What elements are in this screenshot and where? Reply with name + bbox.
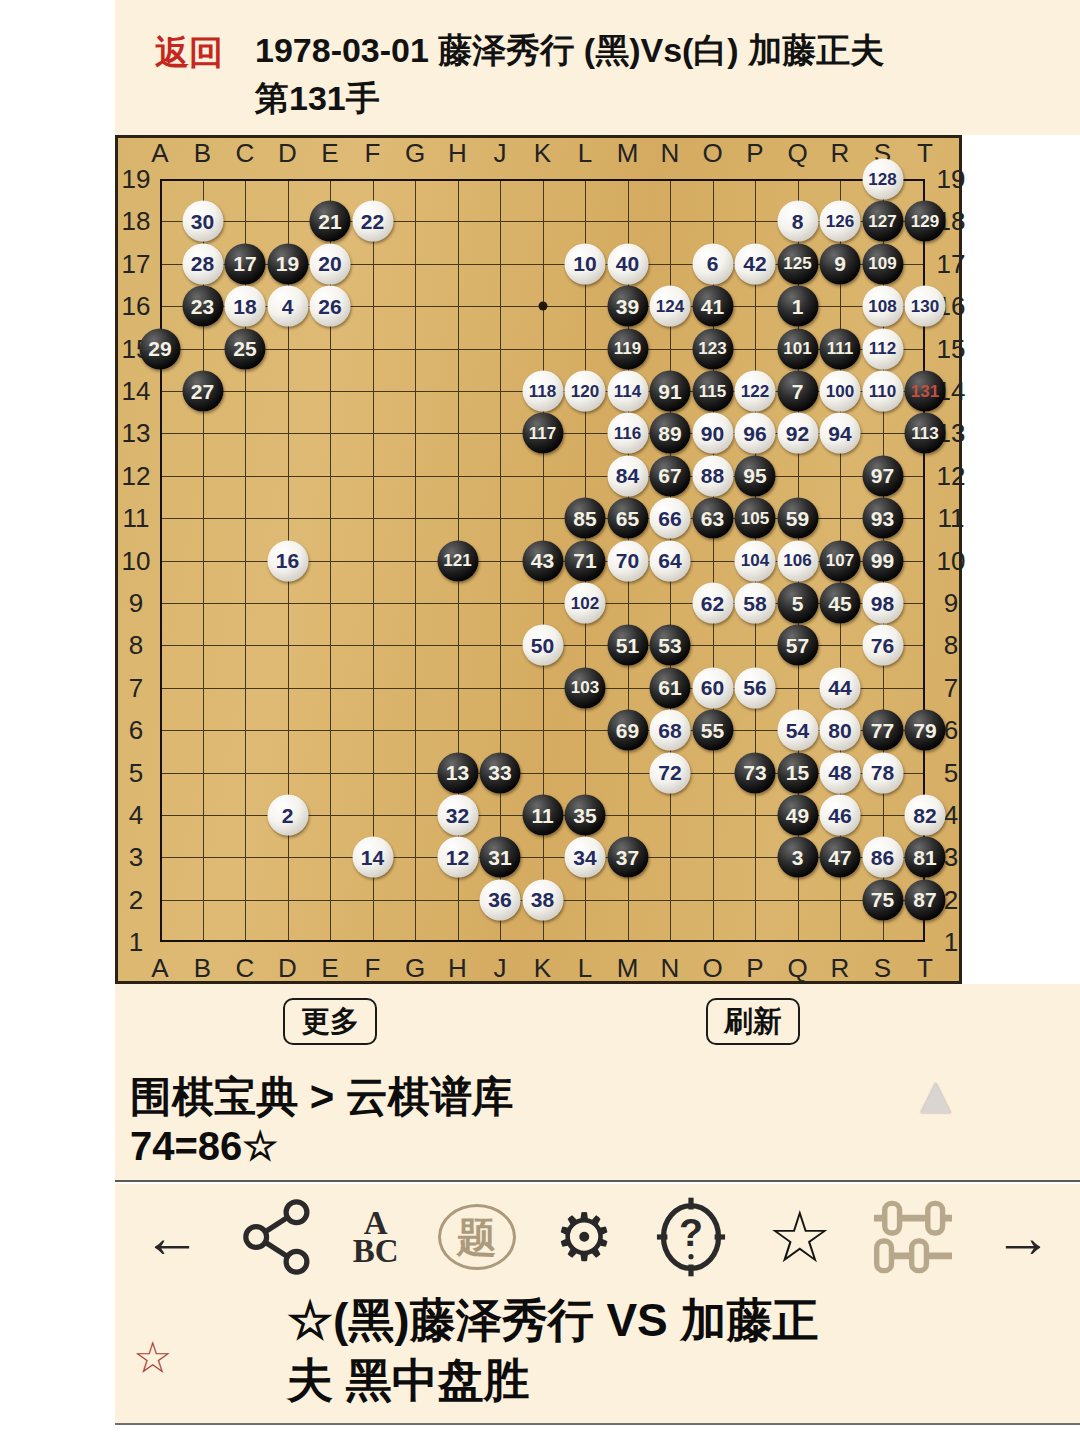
column-label-bottom: F [365,953,381,984]
stone-black-59: 59 [777,498,818,539]
stone-black-99: 99 [862,540,903,581]
row-label-left: 12 [122,460,151,491]
stone-white-60: 60 [692,667,733,708]
stone-white-20: 20 [310,243,351,284]
row-label-right: 3 [944,842,958,873]
row-label-right: 7 [944,672,958,703]
stone-black-35: 35 [565,795,606,836]
row-label-left: 6 [129,715,143,746]
stone-black-9: 9 [820,243,861,284]
stone-white-98: 98 [862,583,903,624]
stone-white-124: 124 [650,286,691,327]
stone-black-113: 113 [905,413,946,454]
back-button[interactable]: 返回 [155,30,223,76]
column-label-top: J [494,138,507,169]
stone-black-15: 15 [777,752,818,793]
row-label-left: 14 [122,376,151,407]
stone-black-107: 107 [820,540,861,581]
row-label-right: 1 [944,927,958,958]
column-label-bottom: N [661,953,680,984]
stone-white-100: 100 [820,371,861,412]
stone-white-68: 68 [650,710,691,751]
stone-white-96: 96 [735,413,776,454]
row-label-left: 7 [129,672,143,703]
stone-black-11: 11 [522,795,563,836]
row-label-left: 8 [129,630,143,661]
column-label-top: L [578,138,592,169]
info-panel: 围棋宝典 > 云棋谱库 74=86☆ ▲ [115,1063,1080,1182]
stone-white-44: 44 [820,667,861,708]
problem-ti-icon[interactable]: 题 [438,1204,516,1270]
stone-white-58: 58 [735,583,776,624]
stone-white-70: 70 [607,540,648,581]
stone-black-1: 1 [777,286,818,327]
stone-black-5: 5 [777,583,818,624]
settings-gear-icon[interactable]: ⚙ [555,1204,614,1270]
stone-white-38: 38 [522,879,563,920]
stone-black-91: 91 [650,371,691,412]
column-label-bottom: G [405,953,425,984]
stone-white-110: 110 [862,371,903,412]
column-label-bottom: D [278,953,297,984]
column-label-top: B [194,138,211,169]
column-label-top: O [702,138,722,169]
stone-black-89: 89 [650,413,691,454]
column-label-bottom: H [448,953,467,984]
stone-white-4: 4 [267,286,308,327]
favorite-star-red-icon[interactable]: ☆ [133,1332,172,1383]
column-label-bottom: E [321,953,338,984]
column-label-bottom: O [702,953,722,984]
stone-white-54: 54 [777,710,818,751]
stone-black-87: 87 [905,879,946,920]
stone-white-2: 2 [267,795,308,836]
stone-black-55: 55 [692,710,733,751]
stone-black-131: 131 [905,371,946,412]
stone-white-10: 10 [565,243,606,284]
stone-black-95: 95 [735,455,776,496]
row-label-left: 13 [122,418,151,449]
row-label-left: 18 [122,206,151,237]
stone-black-103: 103 [565,667,606,708]
move-number-title: 第131手 [255,76,380,122]
game-title: 1978-03-01 藤泽秀行 (黑)Vs(白) 加藤正夫 [255,28,884,74]
column-label-top: P [746,138,763,169]
stone-black-71: 71 [565,540,606,581]
column-label-top: Q [787,138,807,169]
column-label-bottom: S [874,953,891,984]
stone-white-116: 116 [607,413,648,454]
stone-black-119: 119 [607,328,648,369]
toolbar: ← ABC 题 ⚙ ? ☆ [115,1184,1080,1290]
stone-white-42: 42 [735,243,776,284]
column-label-top: D [278,138,297,169]
stone-white-84: 84 [607,455,648,496]
stone-black-13: 13 [437,752,478,793]
stone-white-40: 40 [607,243,648,284]
row-label-right: 19 [937,164,966,195]
row-label-right: 9 [944,588,958,619]
stone-white-94: 94 [820,413,861,454]
column-label-top: T [917,138,933,169]
stone-black-123: 123 [692,328,733,369]
result-line1: ☆(黑)藤泽秀行 VS 加藤正 [287,1294,819,1346]
stone-black-53: 53 [650,625,691,666]
stone-black-7: 7 [777,371,818,412]
column-label-top: M [617,138,639,169]
column-label-bottom: R [831,953,850,984]
row-label-left: 1 [129,927,143,958]
column-label-bottom: P [746,953,763,984]
column-label-top: F [365,138,381,169]
column-label-top: R [831,138,850,169]
stone-white-48: 48 [820,752,861,793]
stone-black-125: 125 [777,243,818,284]
row-label-left: 2 [129,884,143,915]
stone-black-117: 117 [522,413,563,454]
stone-white-32: 32 [437,795,478,836]
next-move-icon[interactable]: → [994,1208,1052,1266]
header-bar: 返回 1978-03-01 藤泽秀行 (黑)Vs(白) 加藤正夫 第131手 [115,0,1080,135]
stone-white-12: 12 [437,837,478,878]
result-panel[interactable]: ☆ ☆(黑)藤泽秀行 VS 加藤正 夫 黑中盘胜 [115,1290,1080,1425]
row-label-left: 10 [122,545,151,576]
stone-white-28: 28 [182,243,223,284]
stone-white-64: 64 [650,540,691,581]
row-label-right: 8 [944,630,958,661]
row-label-left: 3 [129,842,143,873]
stone-black-45: 45 [820,583,861,624]
stone-black-65: 65 [607,498,648,539]
stone-black-51: 51 [607,625,648,666]
stone-white-56: 56 [735,667,776,708]
row-label-left: 16 [122,291,151,322]
stone-white-82: 82 [905,795,946,836]
stone-white-78: 78 [862,752,903,793]
stone-black-129: 129 [905,201,946,242]
stone-black-31: 31 [480,837,521,878]
row-label-left: 9 [129,588,143,619]
share-icon[interactable] [240,1198,314,1276]
stone-black-109: 109 [862,243,903,284]
stone-black-27: 27 [182,371,223,412]
stone-white-114: 114 [607,371,648,412]
stone-white-46: 46 [820,795,861,836]
stone-white-88: 88 [692,455,733,496]
stone-white-104: 104 [735,540,776,581]
stone-black-57: 57 [777,625,818,666]
stone-black-115: 115 [692,371,733,412]
help-target-icon[interactable]: ? [653,1196,729,1278]
breadcrumb: 围棋宝典 > 云棋谱库 [130,1069,514,1125]
stone-white-80: 80 [820,710,861,751]
stone-white-16: 16 [267,540,308,581]
stone-black-17: 17 [225,243,266,284]
column-label-bottom: T [917,953,933,984]
game-result-text: ☆(黑)藤泽秀行 VS 加藤正 夫 黑中盘胜 [287,1290,1057,1410]
stone-black-85: 85 [565,498,606,539]
collapse-panel-icon[interactable]: ▲ [910,1065,961,1125]
column-label-top: A [151,138,168,169]
stone-white-26: 26 [310,286,351,327]
refresh-button[interactable]: 刷新 [706,998,800,1045]
stone-white-76: 76 [862,625,903,666]
more-button[interactable]: 更多 [283,998,377,1045]
stone-black-111: 111 [820,328,861,369]
go-board[interactable]: AABBCCDDEEFFGGHHJJKKLLMMNNOOPPQQRRSSTT11… [115,135,962,984]
result-line2: 夫 黑中盘胜 [287,1354,530,1406]
stone-white-120: 120 [565,371,606,412]
column-label-bottom: Q [787,953,807,984]
stone-black-121: 121 [437,540,478,581]
stone-white-66: 66 [650,498,691,539]
stone-black-67: 67 [650,455,691,496]
stone-black-25: 25 [225,328,266,369]
stone-white-118: 118 [522,371,563,412]
stone-white-22: 22 [352,201,393,242]
stone-white-34: 34 [565,837,606,878]
stone-black-19: 19 [267,243,308,284]
stone-black-61: 61 [650,667,691,708]
column-label-bottom: B [194,953,211,984]
stone-white-92: 92 [777,413,818,454]
stone-white-102: 102 [565,583,606,624]
stone-white-50: 50 [522,625,563,666]
stone-white-36: 36 [480,879,521,920]
stone-white-62: 62 [692,583,733,624]
row-label-right: 17 [937,248,966,279]
stone-black-37: 37 [607,837,648,878]
abacus-icon[interactable] [871,1198,955,1276]
stone-black-39: 39 [607,286,648,327]
favorite-star-icon[interactable]: ☆ [768,1201,833,1273]
column-label-bottom: L [578,953,592,984]
page-bottom-margin [0,1427,1080,1439]
stone-black-43: 43 [522,540,563,581]
stone-black-23: 23 [182,286,223,327]
stone-black-93: 93 [862,498,903,539]
stone-white-8: 8 [777,201,818,242]
stone-black-79: 79 [905,710,946,751]
column-label-bottom: C [236,953,255,984]
row-label-right: 6 [944,715,958,746]
row-label-right: 15 [937,333,966,364]
stone-black-41: 41 [692,286,733,327]
stone-black-77: 77 [862,710,903,751]
row-label-right: 5 [944,757,958,788]
stone-white-112: 112 [862,328,903,369]
row-label-left: 11 [123,503,150,534]
row-label-right: 11 [938,503,965,534]
column-label-top: N [661,138,680,169]
stone-black-73: 73 [735,752,776,793]
stone-white-106: 106 [777,540,818,581]
stone-white-72: 72 [650,752,691,793]
stone-white-130: 130 [905,286,946,327]
stone-black-127: 127 [862,201,903,242]
column-label-bottom: J [494,953,507,984]
svg-text:?: ? [679,1210,703,1254]
stone-black-49: 49 [777,795,818,836]
letters-abc-icon[interactable]: ABC [353,1209,399,1265]
column-label-top: K [534,138,551,169]
column-label-top: G [405,138,425,169]
stone-black-33: 33 [480,752,521,793]
row-label-left: 4 [129,800,143,831]
button-strip: 更多 刷新 [115,984,1080,1063]
row-label-right: 4 [944,800,958,831]
stone-white-18: 18 [225,286,266,327]
column-label-top: E [321,138,338,169]
stone-black-47: 47 [820,837,861,878]
stone-white-122: 122 [735,371,776,412]
column-label-bottom: A [151,953,168,984]
stone-white-86: 86 [862,837,903,878]
stone-white-90: 90 [692,413,733,454]
row-label-right: 12 [937,460,966,491]
stone-black-81: 81 [905,837,946,878]
stone-black-63: 63 [692,498,733,539]
column-label-bottom: M [617,953,639,984]
row-label-right: 2 [944,884,958,915]
stone-black-105: 105 [735,498,776,539]
stone-black-69: 69 [607,710,648,751]
stone-black-21: 21 [310,201,351,242]
stone-black-3: 3 [777,837,818,878]
row-label-left: 17 [122,248,151,279]
row-label-left: 5 [129,757,143,788]
row-label-right: 10 [937,545,966,576]
column-label-top: C [236,138,255,169]
stone-white-30: 30 [182,201,223,242]
move-equivalence-note: 74=86☆ [130,1123,278,1169]
star-point [538,302,547,311]
prev-move-icon[interactable]: ← [143,1208,201,1266]
stone-white-126: 126 [820,201,861,242]
column-label-top: H [448,138,467,169]
row-label-left: 19 [122,164,151,195]
stone-white-14: 14 [352,837,393,878]
stone-black-97: 97 [862,455,903,496]
stone-white-128: 128 [862,159,903,200]
stone-black-29: 29 [140,328,181,369]
column-label-bottom: K [534,953,551,984]
stone-black-75: 75 [862,879,903,920]
stone-white-6: 6 [692,243,733,284]
stone-white-108: 108 [862,286,903,327]
stone-black-101: 101 [777,328,818,369]
